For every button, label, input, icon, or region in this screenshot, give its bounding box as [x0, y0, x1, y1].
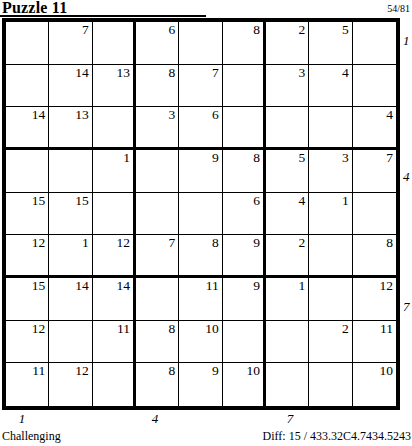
cell-r4c6[interactable]: 8 — [223, 150, 266, 193]
cell-r8c4[interactable]: 8 — [136, 321, 179, 364]
given-number: 5 — [342, 22, 349, 37]
cell-r6c9[interactable]: 8 — [353, 235, 396, 278]
given-number: 9 — [212, 363, 219, 378]
cell-r6c7[interactable]: 2 — [266, 235, 309, 278]
cell-r1c9[interactable] — [353, 22, 396, 65]
given-number: 13 — [75, 107, 89, 122]
cell-r2c6[interactable] — [223, 65, 266, 108]
given-number: 10 — [205, 321, 219, 336]
row-label-7: 7 — [403, 299, 412, 315]
cell-r5c7[interactable]: 4 — [266, 193, 309, 236]
cell-r6c6[interactable]: 9 — [223, 235, 266, 278]
given-number: 8 — [169, 65, 176, 80]
cell-r3c3[interactable] — [93, 107, 136, 150]
cell-r2c1[interactable] — [6, 65, 49, 108]
cell-r2c2[interactable]: 14 — [49, 65, 92, 108]
cell-r4c8[interactable]: 3 — [309, 150, 352, 193]
given-number: 2 — [299, 22, 306, 37]
cell-r1c3[interactable] — [93, 22, 136, 65]
cell-r1c2[interactable]: 7 — [49, 22, 92, 65]
given-number: 12 — [75, 363, 89, 378]
cell-r8c6[interactable] — [223, 321, 266, 364]
given-number: 7 — [169, 235, 176, 250]
cell-r5c8[interactable]: 1 — [309, 193, 352, 236]
cell-r3c2[interactable]: 13 — [49, 107, 92, 150]
cell-r6c3[interactable]: 12 — [93, 235, 136, 278]
cell-r3c8[interactable] — [309, 107, 352, 150]
cell-r4c9[interactable]: 7 — [353, 150, 396, 193]
cell-r5c1[interactable]: 15 — [6, 193, 49, 236]
cell-r3c9[interactable]: 4 — [353, 107, 396, 150]
cell-r6c8[interactable] — [309, 235, 352, 278]
cell-r9c9[interactable]: 10 — [353, 363, 396, 406]
cell-r2c4[interactable]: 8 — [136, 65, 179, 108]
given-number: 4 — [299, 193, 306, 208]
col-label-1: 1 — [16, 411, 28, 427]
cell-r6c2[interactable]: 1 — [49, 235, 92, 278]
given-number: 1 — [299, 278, 306, 293]
given-number: 1 — [123, 150, 130, 165]
cell-r1c5[interactable] — [179, 22, 222, 65]
cell-r4c2[interactable] — [49, 150, 92, 193]
cell-r1c7[interactable]: 2 — [266, 22, 309, 65]
given-number: 13 — [116, 65, 130, 80]
cell-r9c1[interactable]: 11 — [6, 363, 49, 406]
cell-r4c5[interactable]: 9 — [179, 150, 222, 193]
given-number: 10 — [246, 363, 260, 378]
given-number: 11 — [32, 363, 45, 378]
given-number: 7 — [212, 65, 219, 80]
cell-r7c4[interactable] — [136, 278, 179, 321]
given-number: 14 — [116, 278, 130, 293]
cell-r6c1[interactable]: 12 — [6, 235, 49, 278]
cell-r2c8[interactable]: 4 — [309, 65, 352, 108]
given-number: 8 — [169, 321, 176, 336]
cell-r9c2[interactable]: 12 — [49, 363, 92, 406]
title-underline — [0, 15, 206, 17]
cell-r7c3[interactable]: 14 — [93, 278, 136, 321]
cell-r8c9[interactable]: 11 — [353, 321, 396, 364]
difficulty-label: Challenging — [2, 429, 61, 444]
cell-r9c4[interactable]: 8 — [136, 363, 179, 406]
given-number: 10 — [379, 363, 393, 378]
cell-r7c1[interactable]: 15 — [6, 278, 49, 321]
given-count: 54/81 — [387, 3, 410, 14]
col-label-7: 7 — [284, 411, 296, 427]
cell-r5c5[interactable] — [179, 193, 222, 236]
given-number: 6 — [253, 193, 260, 208]
given-number: 1 — [342, 193, 349, 208]
cell-r9c7[interactable] — [266, 363, 309, 406]
cell-r1c1[interactable] — [6, 22, 49, 65]
given-number: 15 — [32, 193, 46, 208]
cell-r2c5[interactable]: 7 — [179, 65, 222, 108]
cell-r7c7[interactable]: 1 — [266, 278, 309, 321]
given-number: 8 — [253, 22, 260, 37]
puzzle-page: Puzzle 11 54/81 768251413873414133641985… — [0, 0, 412, 446]
given-number: 12 — [32, 321, 46, 336]
cell-r2c9[interactable] — [353, 65, 396, 108]
given-number: 14 — [32, 107, 46, 122]
given-number: 4 — [342, 65, 349, 80]
col-label-4: 4 — [149, 411, 161, 427]
given-number: 7 — [82, 22, 89, 37]
cell-r5c2[interactable]: 15 — [49, 193, 92, 236]
difficulty-stats: Diff: 15 / 433.32C4.7434.5243 — [263, 429, 411, 444]
given-number: 15 — [32, 278, 46, 293]
cell-r3c7[interactable] — [266, 107, 309, 150]
row-label-1: 1 — [403, 33, 412, 49]
cell-r2c7[interactable]: 3 — [266, 65, 309, 108]
cell-r5c6[interactable]: 6 — [223, 193, 266, 236]
given-number: 6 — [169, 22, 176, 37]
cell-r5c9[interactable] — [353, 193, 396, 236]
cell-r3c6[interactable] — [223, 107, 266, 150]
cell-r8c3[interactable]: 11 — [93, 321, 136, 364]
given-number: 11 — [380, 321, 393, 336]
given-number: 1 — [82, 235, 89, 250]
cell-r6c4[interactable]: 7 — [136, 235, 179, 278]
given-number: 11 — [117, 321, 130, 336]
given-number: 2 — [342, 321, 349, 336]
row-label-4: 4 — [403, 169, 412, 185]
cell-r8c5[interactable]: 10 — [179, 321, 222, 364]
given-number: 9 — [212, 150, 219, 165]
cell-r4c7[interactable]: 5 — [266, 150, 309, 193]
given-number: 8 — [212, 235, 219, 250]
cell-r5c3[interactable] — [93, 193, 136, 236]
given-number: 8 — [169, 363, 176, 378]
cell-r6c5[interactable]: 8 — [179, 235, 222, 278]
cell-r8c7[interactable] — [266, 321, 309, 364]
cell-r4c3[interactable]: 1 — [93, 150, 136, 193]
cell-r7c6[interactable]: 9 — [223, 278, 266, 321]
given-number: 6 — [212, 107, 219, 122]
given-number: 4 — [386, 107, 393, 122]
given-number: 12 — [116, 235, 130, 250]
cell-r9c5[interactable]: 9 — [179, 363, 222, 406]
cell-r1c6[interactable]: 8 — [223, 22, 266, 65]
given-number: 3 — [299, 65, 306, 80]
board: 7682514138734141336419853715156411211278… — [2, 18, 400, 410]
cell-r8c2[interactable] — [49, 321, 92, 364]
cell-r3c4[interactable]: 3 — [136, 107, 179, 150]
cell-r4c4[interactable] — [136, 150, 179, 193]
cell-r9c6[interactable]: 10 — [223, 363, 266, 406]
cell-r1c4[interactable]: 6 — [136, 22, 179, 65]
cell-r7c8[interactable] — [309, 278, 352, 321]
given-number: 9 — [253, 235, 260, 250]
cell-r8c1[interactable]: 12 — [6, 321, 49, 364]
given-number: 14 — [75, 65, 89, 80]
given-number: 9 — [253, 278, 260, 293]
given-number: 3 — [169, 107, 176, 122]
cell-r5c4[interactable] — [136, 193, 179, 236]
cell-r3c5[interactable]: 6 — [179, 107, 222, 150]
given-number: 8 — [386, 235, 393, 250]
cell-r7c2[interactable]: 14 — [49, 278, 92, 321]
given-number: 7 — [386, 150, 393, 165]
given-number: 12 — [32, 235, 46, 250]
cell-r4c1[interactable] — [6, 150, 49, 193]
cell-r9c3[interactable] — [93, 363, 136, 406]
cell-r3c1[interactable]: 14 — [6, 107, 49, 150]
given-number: 3 — [342, 150, 349, 165]
cell-r2c3[interactable]: 13 — [93, 65, 136, 108]
cell-r8c8[interactable]: 2 — [309, 321, 352, 364]
cell-r1c8[interactable]: 5 — [309, 22, 352, 65]
given-number: 15 — [75, 193, 89, 208]
given-number: 5 — [299, 150, 306, 165]
given-number: 8 — [253, 150, 260, 165]
cell-r7c5[interactable]: 11 — [179, 278, 222, 321]
given-number: 12 — [379, 278, 393, 293]
cell-r7c9[interactable]: 12 — [353, 278, 396, 321]
given-number: 2 — [299, 235, 306, 250]
cell-r9c8[interactable] — [309, 363, 352, 406]
given-number: 11 — [206, 278, 219, 293]
given-number: 14 — [75, 278, 89, 293]
